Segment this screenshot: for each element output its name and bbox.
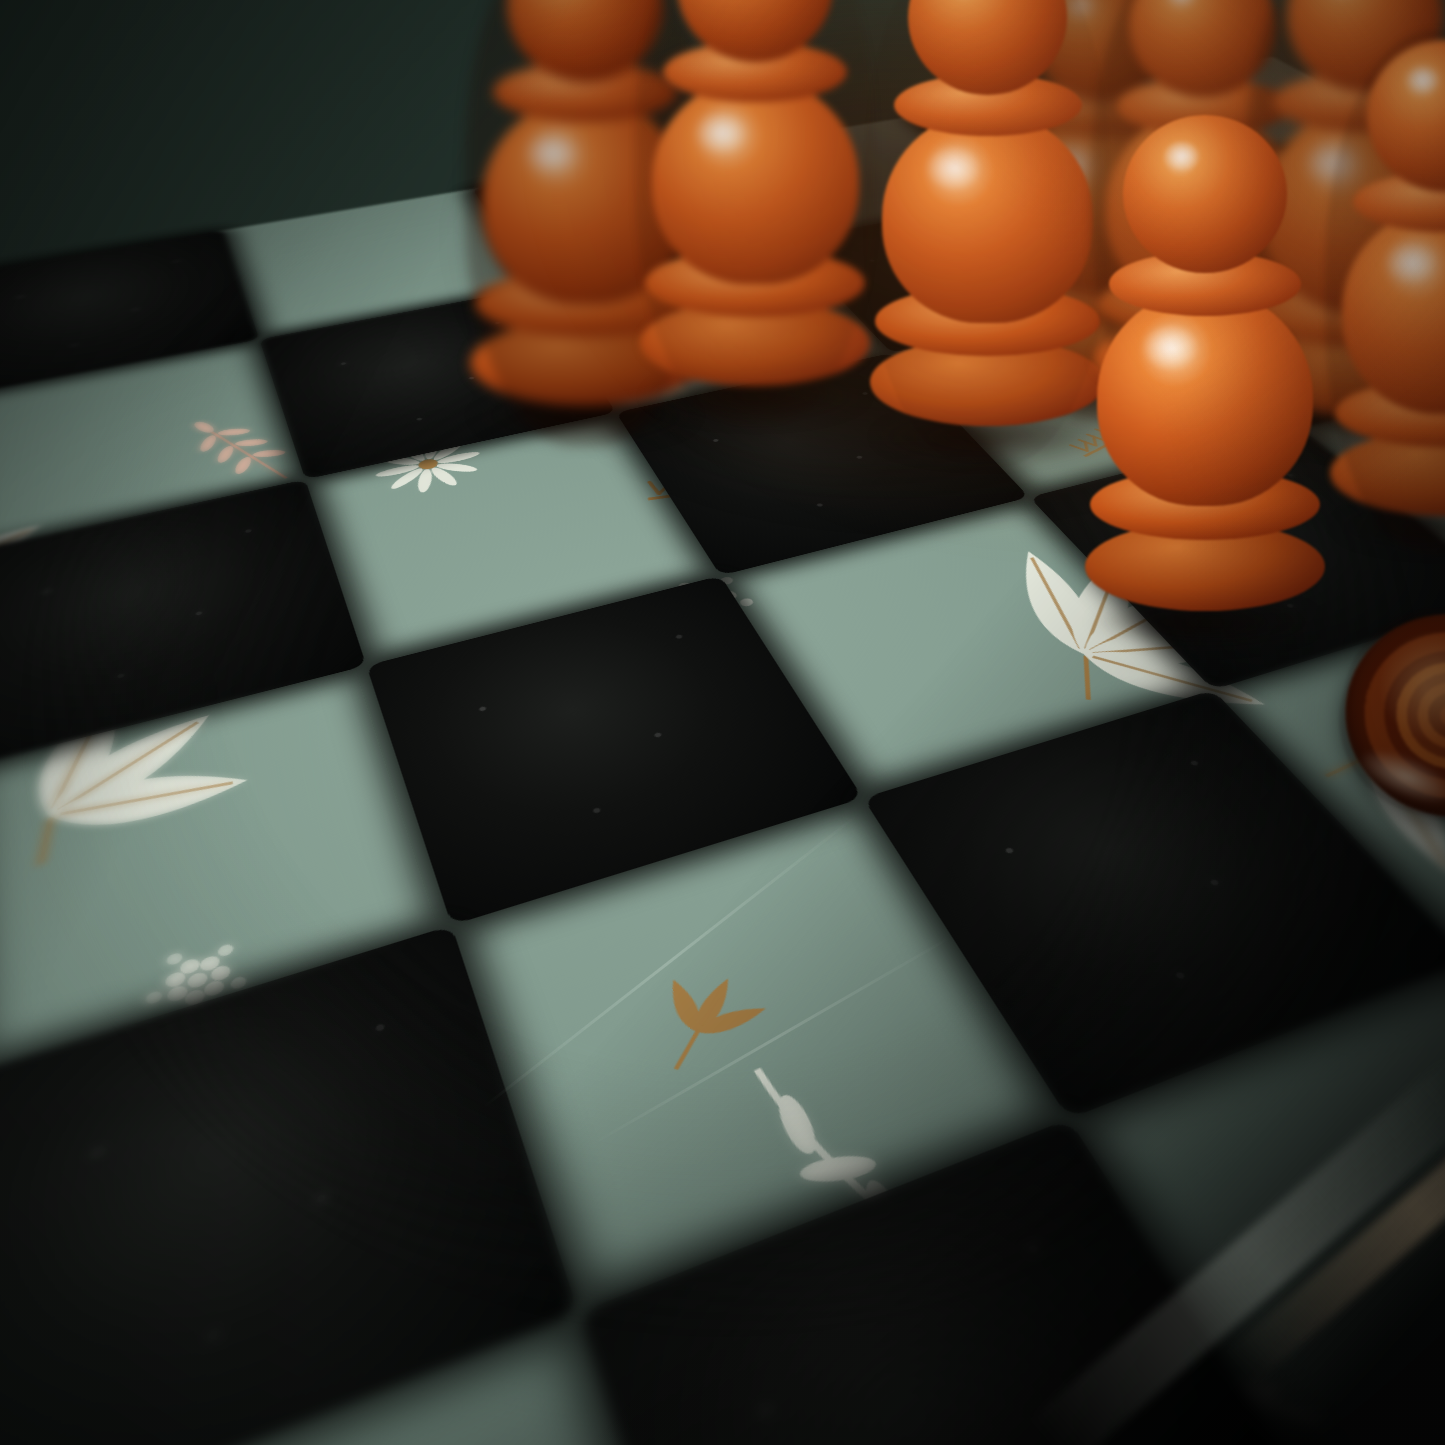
red-wood-pawn-4[interactable]: ♟ — [870, 0, 1105, 457]
board-photo-scene: ♟♟♟♟♟♟♟♟♟ — [0, 0, 1445, 1445]
red-wood-pawn-2[interactable]: ♟ — [640, 0, 870, 416]
shadow-tint — [635, 0, 874, 426]
pieces-layer: ♟♟♟♟♟♟♟♟♟ — [0, 0, 1445, 1445]
red-wood-pawn-8[interactable]: ♟ — [1085, 115, 1325, 643]
red-wood-pawn-7[interactable]: ♟ — [1330, 40, 1445, 546]
